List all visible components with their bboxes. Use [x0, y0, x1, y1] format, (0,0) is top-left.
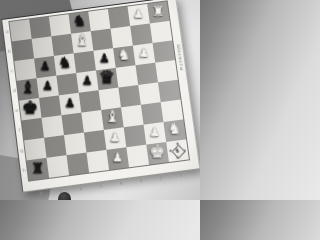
white-pawn-g4: ♟ — [109, 131, 120, 143]
white-pawn-a2: ♟ — [133, 8, 144, 20]
logo-knight-icon: ♞ — [170, 144, 184, 158]
square-a8 — [9, 19, 31, 41]
square-h3 — [126, 145, 149, 168]
square-e6: ♟ — [59, 93, 81, 115]
square-e2 — [138, 82, 161, 104]
square-a4 — [88, 9, 110, 31]
square-g5 — [84, 130, 107, 153]
square-c2: ♟ — [133, 43, 155, 65]
black-queen-d4: ♛ — [99, 68, 115, 86]
black-pawn-d7: ♟ — [42, 80, 53, 92]
square-a1: ♜ — [147, 1, 169, 23]
black-pawn-d5: ♟ — [82, 74, 93, 86]
chess-board: abcdefgh ♞♟♜♝♟♞♟♞♟♝♟♟♛♚♟♝♟♟♞♜♟♚♞ 8765432… — [1, 0, 200, 193]
square-h4: ♟ — [106, 147, 129, 170]
square-h5 — [86, 150, 109, 173]
square-b2 — [130, 23, 152, 45]
rank-label-1: 1 — [170, 170, 191, 180]
white-knight-g1: ♞ — [168, 122, 182, 137]
square-b7 — [32, 36, 54, 58]
square-f7 — [42, 115, 64, 138]
black-pawn-c4: ♟ — [99, 52, 110, 64]
rank-label-3: 3 — [131, 176, 152, 186]
square-g3 — [124, 125, 147, 148]
square-h1: ♞ — [166, 139, 189, 162]
white-king-h2: ♚ — [149, 142, 165, 160]
square-c5 — [74, 51, 96, 73]
black-bishop-d8: ♝ — [20, 80, 34, 96]
rank-label-2: 2 — [151, 173, 172, 183]
white-bishop-f4: ♝ — [105, 109, 119, 125]
square-g6 — [64, 133, 87, 156]
brand-side-text: Шахматы — [175, 44, 184, 71]
square-e5 — [79, 90, 101, 112]
rank-label-5: 5 — [91, 181, 112, 191]
white-pawn-g2: ♟ — [149, 126, 160, 138]
square-b1 — [150, 21, 172, 43]
black-knight-c6: ♞ — [58, 56, 71, 71]
square-d7: ♟ — [37, 76, 59, 98]
square-f2 — [141, 102, 164, 124]
square-d6 — [56, 73, 78, 95]
square-h6 — [67, 153, 90, 176]
white-knight-c3: ♞ — [117, 48, 130, 63]
white-bishop-b5: ♝ — [75, 33, 89, 49]
square-c7: ♟ — [34, 56, 56, 78]
square-d1 — [155, 60, 178, 82]
square-b4 — [91, 29, 113, 51]
black-knight-a5: ♞ — [73, 14, 86, 29]
white-pawn-h4: ♟ — [112, 151, 123, 163]
square-f3 — [121, 105, 144, 128]
rank-label-6: 6 — [70, 184, 91, 194]
square-b5: ♝ — [71, 31, 93, 53]
square-f6 — [61, 113, 83, 136]
black-pawn-c7: ♟ — [40, 60, 51, 72]
square-e8: ♚ — [19, 98, 41, 120]
rank-label-4: 4 — [111, 178, 132, 188]
square-h7 — [47, 155, 70, 178]
square-h2: ♚ — [146, 142, 169, 165]
square-e3 — [118, 85, 140, 107]
square-c3: ♞ — [113, 46, 135, 68]
square-g1: ♞ — [163, 119, 186, 142]
black-king-e8: ♚ — [22, 98, 38, 116]
square-a6 — [49, 14, 71, 36]
square-g4: ♟ — [104, 127, 127, 150]
knight-in-diamond-logo: ♞ — [170, 144, 184, 158]
square-a2: ♟ — [128, 4, 150, 26]
white-pawn-c2: ♟ — [138, 47, 149, 59]
square-d2 — [135, 63, 157, 85]
square-a7 — [29, 17, 51, 39]
square-f5 — [81, 110, 103, 133]
square-g7 — [44, 135, 66, 158]
black-pawn-e6: ♟ — [65, 97, 76, 109]
white-rook-a1: ♜ — [152, 4, 165, 18]
square-e1 — [158, 80, 181, 102]
square-b8 — [12, 39, 34, 61]
square-d4: ♛ — [96, 68, 118, 90]
square-g8 — [24, 138, 46, 161]
black-rook-h8: ♜ — [31, 161, 44, 175]
board-grid: ♞♟♜♝♟♞♟♞♟♝♟♟♛♚♟♝♟♟♞♜♟♚♞ — [9, 1, 188, 180]
square-h8: ♜ — [27, 158, 50, 181]
square-f8 — [22, 118, 44, 141]
captured-black-piece — [58, 192, 71, 200]
square-d5: ♟ — [76, 70, 98, 92]
square-e7 — [39, 95, 61, 117]
square-a3 — [108, 7, 130, 29]
square-c6: ♞ — [54, 53, 76, 75]
square-c1 — [153, 40, 175, 62]
square-d3 — [116, 65, 138, 87]
square-f4: ♝ — [101, 107, 124, 130]
